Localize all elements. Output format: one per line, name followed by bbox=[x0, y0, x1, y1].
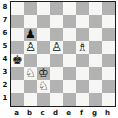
square-h1[interactable] bbox=[102, 93, 115, 106]
square-c5[interactable] bbox=[37, 41, 50, 54]
white-knight-c2[interactable]: ♘ bbox=[37, 80, 50, 93]
square-c2[interactable]: ♘ bbox=[37, 80, 50, 93]
square-f3[interactable] bbox=[76, 67, 89, 80]
rank-label-1: 1 bbox=[0, 92, 10, 105]
square-d3[interactable] bbox=[50, 67, 63, 80]
square-h4[interactable] bbox=[102, 54, 115, 67]
square-d2[interactable] bbox=[50, 80, 63, 93]
square-e3[interactable] bbox=[63, 67, 76, 80]
white-knight-b3[interactable]: ♘ bbox=[24, 67, 37, 80]
file-label-g: g bbox=[88, 107, 101, 118]
square-b2[interactable] bbox=[24, 80, 37, 93]
rank-labels: 87654321 bbox=[0, 1, 10, 105]
file-label-d: d bbox=[49, 107, 62, 118]
square-d1[interactable] bbox=[50, 93, 63, 106]
rank-label-8: 8 bbox=[0, 1, 10, 14]
square-f4[interactable] bbox=[76, 54, 89, 67]
square-d5[interactable]: ♙ bbox=[50, 41, 63, 54]
rank-label-6: 6 bbox=[0, 27, 10, 40]
square-a6[interactable] bbox=[11, 28, 24, 41]
square-h6[interactable] bbox=[102, 28, 115, 41]
square-e2[interactable] bbox=[63, 80, 76, 93]
file-label-b: b bbox=[23, 107, 36, 118]
white-bishop-f5[interactable]: ♗ bbox=[76, 41, 89, 54]
file-label-a: a bbox=[10, 107, 23, 118]
white-pawn-b5[interactable]: ♙ bbox=[24, 41, 37, 54]
square-d8[interactable] bbox=[50, 2, 63, 15]
square-f7[interactable] bbox=[76, 15, 89, 28]
rank-label-3: 3 bbox=[0, 66, 10, 79]
square-h7[interactable] bbox=[102, 15, 115, 28]
square-b3[interactable]: ♘ bbox=[24, 67, 37, 80]
square-f1[interactable] bbox=[76, 93, 89, 106]
square-b5[interactable]: ♙ bbox=[24, 41, 37, 54]
square-g1[interactable] bbox=[89, 93, 102, 106]
square-f2[interactable] bbox=[76, 80, 89, 93]
square-a8[interactable] bbox=[11, 2, 24, 15]
rank-label-7: 7 bbox=[0, 14, 10, 27]
square-g4[interactable] bbox=[89, 54, 102, 67]
square-a1[interactable] bbox=[11, 93, 24, 106]
square-g2[interactable] bbox=[89, 80, 102, 93]
square-g7[interactable] bbox=[89, 15, 102, 28]
rank-label-2: 2 bbox=[0, 79, 10, 92]
square-a4[interactable]: ♚ bbox=[11, 54, 24, 67]
square-h3[interactable] bbox=[102, 67, 115, 80]
file-label-h: h bbox=[101, 107, 114, 118]
square-e6[interactable] bbox=[63, 28, 76, 41]
square-g3[interactable] bbox=[89, 67, 102, 80]
chess-board[interactable]: ♟♙♙♗♚♘♔♘ bbox=[10, 1, 116, 107]
square-c6[interactable] bbox=[37, 28, 50, 41]
square-e8[interactable] bbox=[63, 2, 76, 15]
chess-diagram: 87654321 ♟♙♙♗♚♘♔♘ abcdefgh bbox=[0, 0, 118, 118]
square-g5[interactable] bbox=[89, 41, 102, 54]
black-king-a4[interactable]: ♚ bbox=[11, 54, 24, 67]
square-d4[interactable] bbox=[50, 54, 63, 67]
square-c8[interactable] bbox=[37, 2, 50, 15]
square-e7[interactable] bbox=[63, 15, 76, 28]
square-a7[interactable] bbox=[11, 15, 24, 28]
rank-label-4: 4 bbox=[0, 53, 10, 66]
file-label-e: e bbox=[62, 107, 75, 118]
square-h8[interactable] bbox=[102, 2, 115, 15]
square-d7[interactable] bbox=[50, 15, 63, 28]
square-c7[interactable] bbox=[37, 15, 50, 28]
file-label-c: c bbox=[36, 107, 49, 118]
square-g6[interactable] bbox=[89, 28, 102, 41]
square-a3[interactable] bbox=[11, 67, 24, 80]
square-e4[interactable] bbox=[63, 54, 76, 67]
rank-label-5: 5 bbox=[0, 40, 10, 53]
square-h2[interactable] bbox=[102, 80, 115, 93]
white-pawn-d5[interactable]: ♙ bbox=[50, 41, 63, 54]
square-f5[interactable]: ♗ bbox=[76, 41, 89, 54]
square-h5[interactable] bbox=[102, 41, 115, 54]
board-row: 87654321 ♟♙♙♗♚♘♔♘ bbox=[0, 1, 118, 107]
square-c1[interactable] bbox=[37, 93, 50, 106]
file-label-f: f bbox=[75, 107, 88, 118]
square-b1[interactable] bbox=[24, 93, 37, 106]
square-f8[interactable] bbox=[76, 2, 89, 15]
file-labels: abcdefgh bbox=[10, 107, 116, 118]
square-a2[interactable] bbox=[11, 80, 24, 93]
square-g8[interactable] bbox=[89, 2, 102, 15]
square-b8[interactable] bbox=[24, 2, 37, 15]
square-e5[interactable] bbox=[63, 41, 76, 54]
square-e1[interactable] bbox=[63, 93, 76, 106]
